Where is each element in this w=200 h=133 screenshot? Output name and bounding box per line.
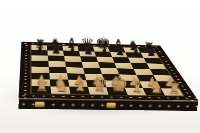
black-pawn: ♟: [48, 44, 65, 56]
square-b5: [48, 61, 66, 67]
chess-set-photo: ♜♞♝♛♚♝♞♜♟♟♟♟♟♟♟♟♟♟♟♟♟♟♟♟♜♞♝♛♚♝♞♜: [0, 0, 200, 133]
square-c1: ♝: [69, 87, 89, 95]
brass-clasp-icon: [35, 102, 45, 107]
chess-board: ♜♞♝♛♚♝♞♜♟♟♟♟♟♟♟♟♟♟♟♟♟♟♟♟♜♞♝♛♚♝♞♜: [31, 45, 183, 96]
square-h5: [147, 63, 167, 69]
folding-chess-set: ♜♞♝♛♚♝♞♜♟♟♟♟♟♟♟♟♟♟♟♟♟♟♟♟♜♞♝♛♚♝♞♜: [19, 42, 199, 101]
white-king: ♚: [109, 73, 129, 95]
square-d1: ♛: [88, 87, 109, 95]
brass-clasp-icon: [106, 103, 115, 108]
black-pawn: ♟: [80, 45, 97, 57]
black-pawn: ♟: [112, 46, 129, 57]
white-knight: ♞: [146, 78, 166, 95]
white-rook: ♜: [164, 80, 184, 96]
square-b1: ♞: [51, 86, 71, 94]
board-frame: ♜♞♝♛♚♝♞♜♟♟♟♟♟♟♟♟♟♟♟♟♟♟♟♟♜♞♝♛♚♝♞♜: [19, 42, 199, 101]
black-pawn: ♟: [32, 44, 49, 56]
black-pawn: ♟: [64, 45, 81, 57]
black-pawn: ♟: [96, 46, 113, 57]
square-e1: ♚: [106, 87, 127, 95]
black-pawn: ♟: [143, 47, 160, 58]
white-bishop: ♝: [71, 76, 91, 94]
board-front-edge: [18, 98, 198, 111]
white-knight: ♞: [51, 76, 71, 94]
square-a1: ♜: [32, 86, 52, 94]
white-rook: ♜: [32, 78, 52, 94]
white-queen: ♛: [90, 74, 110, 94]
white-bishop: ♝: [127, 77, 147, 95]
black-pawn: ♟: [128, 47, 145, 58]
